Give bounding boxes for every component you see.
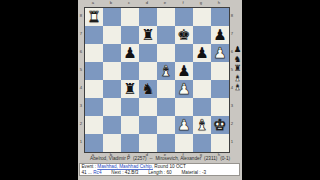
square-b3[interactable]: [103, 98, 121, 116]
material-value: -3: [202, 170, 206, 175]
square-d1[interactable]: [139, 134, 157, 152]
square-a3[interactable]: [85, 98, 103, 116]
rank-label-4: 4: [79, 82, 83, 95]
last-move[interactable]: Rc4: [93, 170, 101, 175]
square-f2[interactable]: ♟: [175, 116, 193, 134]
file-labels-top: abcdefgh: [84, 0, 228, 6]
piece-black-pawn-g6[interactable]: ♟: [193, 44, 211, 62]
square-f6[interactable]: [175, 44, 193, 62]
piece-black-king-f7[interactable]: ♚: [175, 26, 193, 44]
file-label-e: e: [159, 1, 172, 5]
square-g5[interactable]: [193, 62, 211, 80]
square-h3[interactable]: [211, 98, 229, 116]
piece-white-bishop-g2[interactable]: ♝: [193, 116, 211, 134]
square-a4[interactable]: [85, 80, 103, 98]
square-d5[interactable]: [139, 62, 157, 80]
length-value: 60: [166, 170, 171, 175]
material-label: Material :: [181, 170, 200, 175]
game-result: (0-1): [220, 156, 230, 161]
square-h8[interactable]: [211, 8, 229, 26]
square-c5[interactable]: [121, 62, 139, 80]
rank-label-2: 2: [79, 118, 83, 131]
square-g7[interactable]: [193, 26, 211, 44]
rank-label-3: 3: [230, 100, 234, 113]
event-label: Event :: [81, 164, 96, 169]
square-a5[interactable]: [85, 62, 103, 80]
square-e4[interactable]: [157, 80, 175, 98]
black-player-name: Mirosevich, Alexander: [155, 156, 201, 161]
square-f1[interactable]: [175, 134, 193, 152]
square-h5[interactable]: [211, 62, 229, 80]
next-label: Next :: [111, 170, 123, 175]
square-e1[interactable]: [157, 134, 175, 152]
square-e8[interactable]: [157, 8, 175, 26]
rank-label-7: 7: [79, 28, 83, 41]
square-g4[interactable]: [193, 80, 211, 98]
square-b5[interactable]: [103, 62, 121, 80]
rank-label-7: 7: [230, 28, 234, 41]
chess-gui-panel: abcdefgh 87654321 87654321 abcdefgh ♜♜♚♟…: [78, 0, 242, 180]
square-c8[interactable]: [121, 8, 139, 26]
square-c3[interactable]: [121, 98, 139, 116]
black-player-elo: (2311): [204, 156, 217, 161]
square-h2[interactable]: ♚: [211, 116, 229, 134]
square-g6[interactable]: ♟: [193, 44, 211, 62]
file-label-a: a: [87, 1, 100, 5]
move-number: 41 ...: [81, 170, 91, 175]
square-c2[interactable]: [121, 116, 139, 134]
square-d2[interactable]: [139, 116, 157, 134]
square-h7[interactable]: ♟: [211, 26, 229, 44]
event-rest: Round 10 OCT: [154, 164, 185, 169]
material-black-rook-icon: ♜: [233, 63, 242, 73]
square-a1[interactable]: [85, 134, 103, 152]
rank-label-1: 1: [230, 136, 234, 149]
video-frame: abcdefgh 87654321 87654321 abcdefgh ♜♜♚♟…: [0, 0, 320, 180]
piece-white-pawn-h6[interactable]: ♟: [211, 44, 229, 62]
square-f4[interactable]: ♟: [175, 80, 193, 98]
file-label-d: d: [141, 1, 154, 5]
piece-black-pawn-f5[interactable]: ♟: [175, 62, 193, 80]
rank-label-8: 8: [79, 10, 83, 23]
file-label-f: f: [177, 1, 190, 5]
rank-label-6: 6: [79, 46, 83, 59]
square-a7[interactable]: [85, 26, 103, 44]
rank-label-3: 3: [79, 100, 83, 113]
square-c7[interactable]: [121, 26, 139, 44]
white-player-elo: (2257): [133, 156, 147, 161]
square-f3[interactable]: [175, 98, 193, 116]
letterbox-left: [0, 0, 78, 180]
length-label: Length :: [148, 170, 165, 175]
square-a2[interactable]: [85, 116, 103, 134]
piece-white-rook-a8[interactable]: ♜: [85, 8, 103, 26]
game-title-line: Abelrod, Vladimir P(2257)--Mirosevich, A…: [78, 156, 242, 161]
square-e6[interactable]: [157, 44, 175, 62]
letterbox-right: [242, 0, 320, 180]
square-d6[interactable]: [139, 44, 157, 62]
square-g1[interactable]: [193, 134, 211, 152]
square-b1[interactable]: [103, 134, 121, 152]
rank-label-8: 8: [230, 10, 234, 23]
material-difference-tray: ♟♞♜♝♝: [233, 44, 242, 92]
square-a6[interactable]: [85, 44, 103, 62]
piece-black-rook-d7[interactable]: ♜: [139, 26, 157, 44]
game-info-box: Event : Mashhad, Mashhad Cship, Round 10…: [79, 163, 240, 176]
next-move: 42.Bf3: [125, 170, 139, 175]
rank-label-5: 5: [79, 64, 83, 77]
square-b7[interactable]: [103, 26, 121, 44]
square-h4[interactable]: [211, 80, 229, 98]
rank-label-2: 2: [230, 118, 234, 131]
square-c1[interactable]: [121, 134, 139, 152]
piece-black-pawn-c6[interactable]: ♟: [121, 44, 139, 62]
piece-black-knight-d4[interactable]: ♞: [139, 80, 157, 98]
square-e2[interactable]: [157, 116, 175, 134]
square-g2[interactable]: ♝: [193, 116, 211, 134]
piece-white-king-h2[interactable]: ♚: [211, 116, 229, 134]
square-h1[interactable]: [211, 134, 229, 152]
material-black-knight-icon: ♞: [233, 54, 242, 64]
material-black-pawn-icon: ♟: [233, 44, 242, 54]
material-white-bishop-icon: ♝: [233, 73, 242, 83]
white-player-name: Abelrod, Vladimir P: [90, 156, 130, 161]
square-b6[interactable]: [103, 44, 121, 62]
piece-white-pawn-f4[interactable]: ♟: [175, 80, 193, 98]
square-a8[interactable]: ♜: [85, 8, 103, 26]
square-f8[interactable]: [175, 8, 193, 26]
rank-label-1: 1: [79, 136, 83, 149]
square-c4[interactable]: ♜: [121, 80, 139, 98]
square-h6[interactable]: ♟: [211, 44, 229, 62]
file-label-h: h: [213, 1, 226, 5]
square-d8[interactable]: [139, 8, 157, 26]
square-d3[interactable]: [139, 98, 157, 116]
square-f7[interactable]: ♚: [175, 26, 193, 44]
chess-board: ♜♜♚♟♟♟♟♝♟♜♞♟♟♝♚: [84, 7, 230, 153]
square-f5[interactable]: ♟: [175, 62, 193, 80]
square-e3[interactable]: [157, 98, 175, 116]
square-e7[interactable]: [157, 26, 175, 44]
square-b8[interactable]: [103, 8, 121, 26]
square-d7[interactable]: ♜: [139, 26, 157, 44]
file-label-c: c: [123, 1, 136, 5]
square-b4[interactable]: [103, 80, 121, 98]
square-g8[interactable]: [193, 8, 211, 26]
square-e5[interactable]: ♝: [157, 62, 175, 80]
piece-white-bishop-e5[interactable]: ♝: [157, 62, 175, 80]
square-b2[interactable]: [103, 116, 121, 134]
piece-black-rook-c4[interactable]: ♜: [121, 80, 139, 98]
file-label-b: b: [105, 1, 118, 5]
material-white-bishop-icon: ♝: [233, 82, 242, 92]
players-separator: --: [149, 156, 152, 161]
piece-black-pawn-h7[interactable]: ♟: [211, 26, 229, 44]
square-g3[interactable]: [193, 98, 211, 116]
square-c6[interactable]: ♟: [121, 44, 139, 62]
piece-white-pawn-f2[interactable]: ♟: [175, 116, 193, 134]
event-link[interactable]: Mashhad, Mashhad Cship,: [97, 164, 153, 169]
square-d4[interactable]: ♞: [139, 80, 157, 98]
file-label-g: g: [195, 1, 208, 5]
move-info-line: 41 ... Rc4 Next : 42.Bf3 Length : 60 Mat…: [81, 170, 240, 176]
